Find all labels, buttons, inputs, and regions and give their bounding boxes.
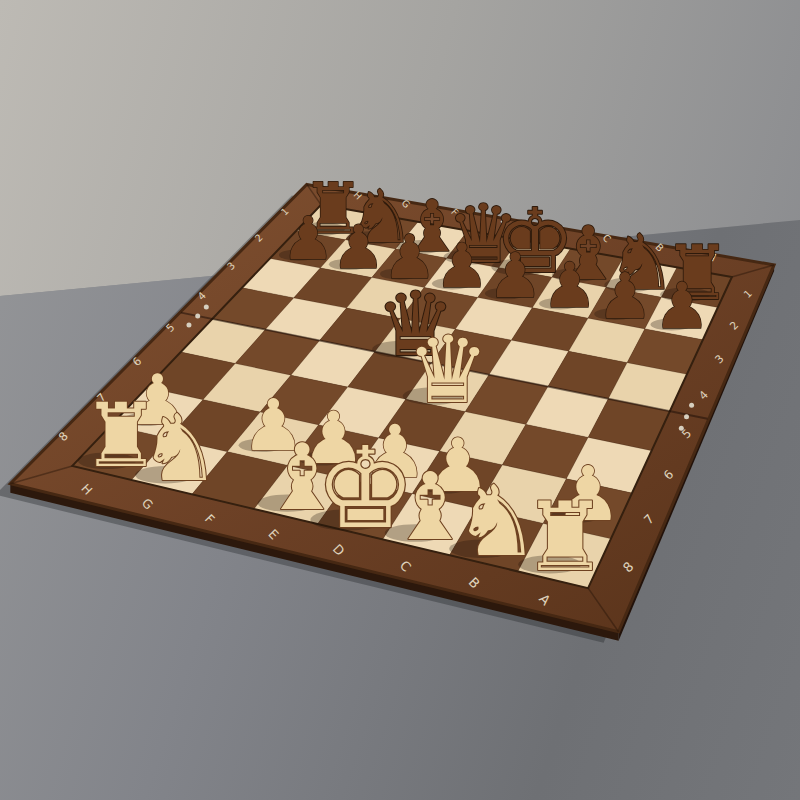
piece-black-pawn-b2: ♟: [597, 260, 653, 333]
piece-black-pawn-h2: ♟: [281, 204, 334, 273]
chessboard: HHGGFFEEDDCCBBAA1122334455667788♜♞♝♛♟♚♟♝…: [0, 0, 800, 800]
hinge-screw-0: [204, 305, 209, 310]
hinge-screw-3: [689, 403, 694, 408]
hinge-screw-2: [186, 323, 191, 328]
piece-white-knight-g8: ♞: [139, 395, 221, 502]
hinge-screw-1: [195, 313, 200, 318]
piece-black-pawn-g2: ♟: [331, 212, 385, 282]
piece-black-pawn-a2: ♟: [653, 269, 710, 343]
piece-white-rook-a8: ♜: [522, 481, 608, 593]
piece-black-pawn-c2: ♟: [542, 249, 598, 322]
piece-white-queen-d5: ♛: [406, 316, 489, 424]
piece-black-pawn-d2: ♟: [488, 240, 543, 312]
hinge-screw-4: [684, 414, 689, 419]
photo-stage: HHGGFFEEDDCCBBAA1122334455667788♜♞♝♛♟♚♟♝…: [0, 0, 800, 800]
